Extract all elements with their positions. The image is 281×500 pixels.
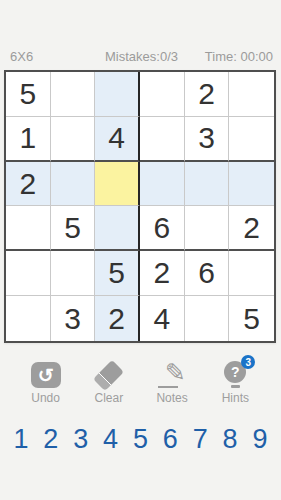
hints-label: Hints	[222, 391, 249, 405]
numpad-3[interactable]: 3	[70, 425, 92, 455]
numpad-8[interactable]: 8	[219, 425, 241, 455]
pencil-icon: ✎	[162, 360, 183, 388]
cell-r5c6[interactable]	[229, 251, 274, 296]
cell-r3c4[interactable]	[140, 162, 185, 207]
mistakes-counter: Mistakes:0/3	[105, 49, 178, 64]
cell-r1c6[interactable]	[229, 72, 274, 117]
cell-r6c6[interactable]: 5	[229, 296, 274, 341]
cell-r5c4[interactable]: 2	[140, 251, 185, 296]
cell-r3c6[interactable]	[229, 162, 274, 207]
cell-r2c1[interactable]: 1	[6, 117, 51, 162]
numpad-4[interactable]: 4	[100, 425, 122, 455]
cell-r4c6[interactable]: 2	[229, 206, 274, 251]
cell-r4c4[interactable]: 6	[140, 206, 185, 251]
cell-r2c6[interactable]	[229, 117, 274, 162]
numpad-2[interactable]: 2	[40, 425, 62, 455]
numpad-6[interactable]: 6	[159, 425, 181, 455]
notes-button[interactable]: ✎ Notes	[150, 358, 194, 405]
header-bar: 6X6 Mistakes:0/3 Time: 00:00	[0, 0, 281, 64]
hints-button[interactable]: ? 3 Hints	[213, 358, 257, 405]
cell-r3c3[interactable]	[95, 162, 140, 207]
cell-r3c2[interactable]	[51, 162, 96, 207]
numpad-9[interactable]: 9	[249, 425, 271, 455]
cell-r6c3[interactable]: 2	[95, 296, 140, 341]
cell-r3c1[interactable]: 2	[6, 162, 51, 207]
cell-r6c2[interactable]: 3	[51, 296, 96, 341]
cell-r6c4[interactable]: 4	[140, 296, 185, 341]
numberpad: 123456789	[0, 425, 281, 455]
cell-r2c2[interactable]	[51, 117, 96, 162]
hints-badge: 3	[241, 355, 255, 369]
cell-r4c2[interactable]: 5	[51, 206, 96, 251]
cell-r6c5[interactable]	[185, 296, 230, 341]
cell-r2c5[interactable]: 3	[185, 117, 230, 162]
undo-button[interactable]: ↺ Undo	[24, 358, 68, 405]
notes-label: Notes	[156, 391, 187, 405]
sudoku-board: 5214325625263245	[4, 70, 276, 343]
cell-r1c4[interactable]	[140, 72, 185, 117]
toolbar: ↺ Undo Clear ✎ Notes ? 3 Hints	[0, 358, 281, 405]
cell-r1c5[interactable]: 2	[185, 72, 230, 117]
cell-r2c3[interactable]: 4	[95, 117, 140, 162]
cell-r5c2[interactable]	[51, 251, 96, 296]
cell-r5c3[interactable]: 5	[95, 251, 140, 296]
cell-r2c4[interactable]	[140, 117, 185, 162]
numpad-5[interactable]: 5	[130, 425, 152, 455]
clear-button[interactable]: Clear	[87, 358, 131, 405]
cell-r4c1[interactable]	[6, 206, 51, 251]
cell-r4c3[interactable]	[95, 206, 140, 251]
eraser-icon	[93, 360, 124, 391]
hint-bulb-icon: ? 3	[224, 361, 246, 388]
cell-r3c5[interactable]	[185, 162, 230, 207]
undo-icon: ↺	[31, 362, 61, 388]
numpad-1[interactable]: 1	[10, 425, 32, 455]
cell-r4c5[interactable]	[185, 206, 230, 251]
clear-label: Clear	[95, 391, 124, 405]
undo-label: Undo	[31, 391, 60, 405]
cell-r6c1[interactable]	[6, 296, 51, 341]
numpad-7[interactable]: 7	[189, 425, 211, 455]
cell-r5c1[interactable]	[6, 251, 51, 296]
timer: Time: 00:00	[178, 49, 273, 64]
cell-r1c2[interactable]	[51, 72, 96, 117]
cell-r1c3[interactable]	[95, 72, 140, 117]
cell-r5c5[interactable]: 6	[185, 251, 230, 296]
level-label: 6X6	[10, 49, 105, 64]
cell-r1c1[interactable]: 5	[6, 72, 51, 117]
